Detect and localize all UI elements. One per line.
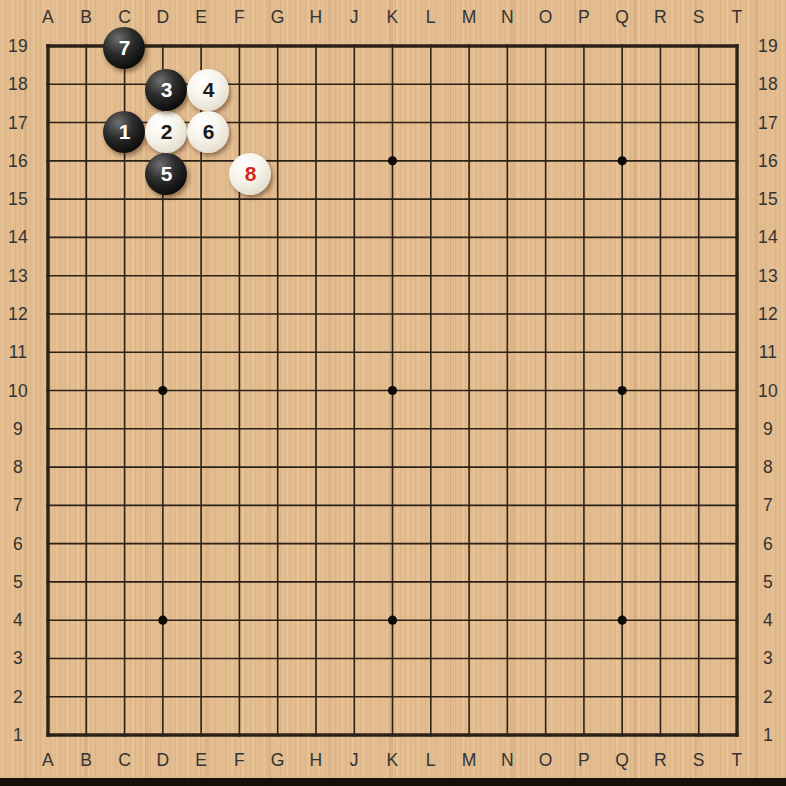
coord-label-left: 9 [13, 418, 23, 439]
coord-label-right: 11 [759, 342, 778, 363]
coord-label-right: 8 [763, 457, 773, 478]
coord-label-top: A [42, 7, 54, 28]
last-move-number: 8 [245, 163, 257, 184]
coord-label-left: 4 [13, 610, 23, 631]
coord-label-left: 14 [8, 227, 28, 248]
coord-label-right: 2 [763, 686, 773, 707]
move-number: 5 [161, 163, 173, 184]
coord-label-top: O [539, 7, 553, 28]
coord-label-right: 1 [763, 725, 773, 746]
coord-label-top: B [80, 7, 92, 28]
coord-label-left: 15 [8, 189, 28, 210]
coord-label-left: 2 [13, 686, 23, 707]
coord-label-top: G [271, 7, 285, 28]
coord-label-right: 18 [758, 74, 778, 95]
coord-label-left: 1 [13, 725, 23, 746]
coord-label-right: 17 [758, 112, 778, 133]
coord-label-right: 7 [763, 495, 773, 516]
move-number: 3 [161, 79, 173, 100]
black-stone-C17: 1 [103, 111, 145, 153]
coord-label-left: 3 [13, 648, 23, 669]
coord-label-top: H [310, 7, 323, 28]
coord-label-left: 6 [13, 533, 23, 554]
black-stone-D18: 3 [145, 69, 187, 111]
coord-label-left: 12 [8, 303, 28, 324]
coord-label-right: 3 [763, 648, 773, 669]
coord-label-right: 13 [758, 265, 778, 286]
go-board-screen: ABCDEFGHJKLMNOPQRST ABCDEFGHJKLMNOPQRST … [0, 0, 786, 786]
coord-label-top: S [693, 7, 705, 28]
board-intersection-D16[interactable]: 5 [145, 153, 187, 195]
coord-label-top: E [195, 7, 207, 28]
coord-label-top: P [578, 7, 590, 28]
coord-label-right: 15 [758, 189, 778, 210]
coord-label-top: F [234, 7, 245, 28]
coord-label-left: 10 [8, 380, 28, 401]
white-stone-D17: 2 [145, 111, 187, 153]
white-stone-E17: 6 [187, 111, 229, 153]
coord-label-top: D [156, 7, 169, 28]
black-stone-D16: 5 [145, 153, 187, 195]
coord-label-right: 5 [763, 571, 773, 592]
coord-label-top: N [501, 7, 514, 28]
coord-label-top: J [350, 7, 359, 28]
coord-label-left: 19 [8, 36, 28, 57]
coord-label-top: C [118, 7, 131, 28]
coord-label-top: M [462, 7, 477, 28]
move-number: 2 [161, 121, 173, 142]
coord-label-right: 9 [763, 418, 773, 439]
coord-label-top: L [426, 7, 436, 28]
coord-label-top: T [732, 7, 743, 28]
white-stone-E18: 4 [187, 69, 229, 111]
board-intersection-C17[interactable]: 1 [103, 111, 145, 153]
coord-label-right: 12 [758, 303, 778, 324]
coord-label-left: 16 [8, 150, 28, 171]
coord-label-right: 14 [758, 227, 778, 248]
coord-label-top: R [654, 7, 667, 28]
go-board[interactable]: 12345678 [29, 27, 756, 754]
move-number: 7 [119, 37, 131, 58]
coord-label-top: K [387, 7, 399, 28]
white-stone-F16: 8 [229, 153, 271, 195]
board-intersection-E17[interactable]: 6 [187, 111, 229, 153]
coord-label-left: 17 [8, 112, 28, 133]
move-number: 1 [119, 121, 131, 142]
coord-label-left: 13 [8, 265, 28, 286]
board-intersection-F16[interactable]: 8 [229, 153, 271, 195]
board-intersection-D18[interactable]: 3 [145, 69, 187, 111]
black-stone-C19: 7 [103, 27, 145, 69]
board-intersection-E18[interactable]: 4 [187, 69, 229, 111]
coord-label-left: 18 [8, 74, 28, 95]
bottom-bar [0, 778, 786, 786]
coord-label-right: 16 [758, 150, 778, 171]
coord-label-left: 7 [13, 495, 23, 516]
move-number: 6 [203, 121, 215, 142]
coord-label-right: 10 [758, 380, 778, 401]
coord-label-left: 5 [13, 571, 23, 592]
coord-label-right: 19 [758, 36, 778, 57]
coord-label-right: 6 [763, 533, 773, 554]
board-intersection-C19[interactable]: 7 [103, 27, 145, 69]
coord-label-left: 11 [9, 342, 28, 363]
coord-label-right: 4 [763, 610, 773, 631]
coord-label-top: Q [615, 7, 629, 28]
board-intersection-D17[interactable]: 2 [145, 111, 187, 153]
coord-label-left: 8 [13, 457, 23, 478]
move-number: 4 [203, 79, 215, 100]
